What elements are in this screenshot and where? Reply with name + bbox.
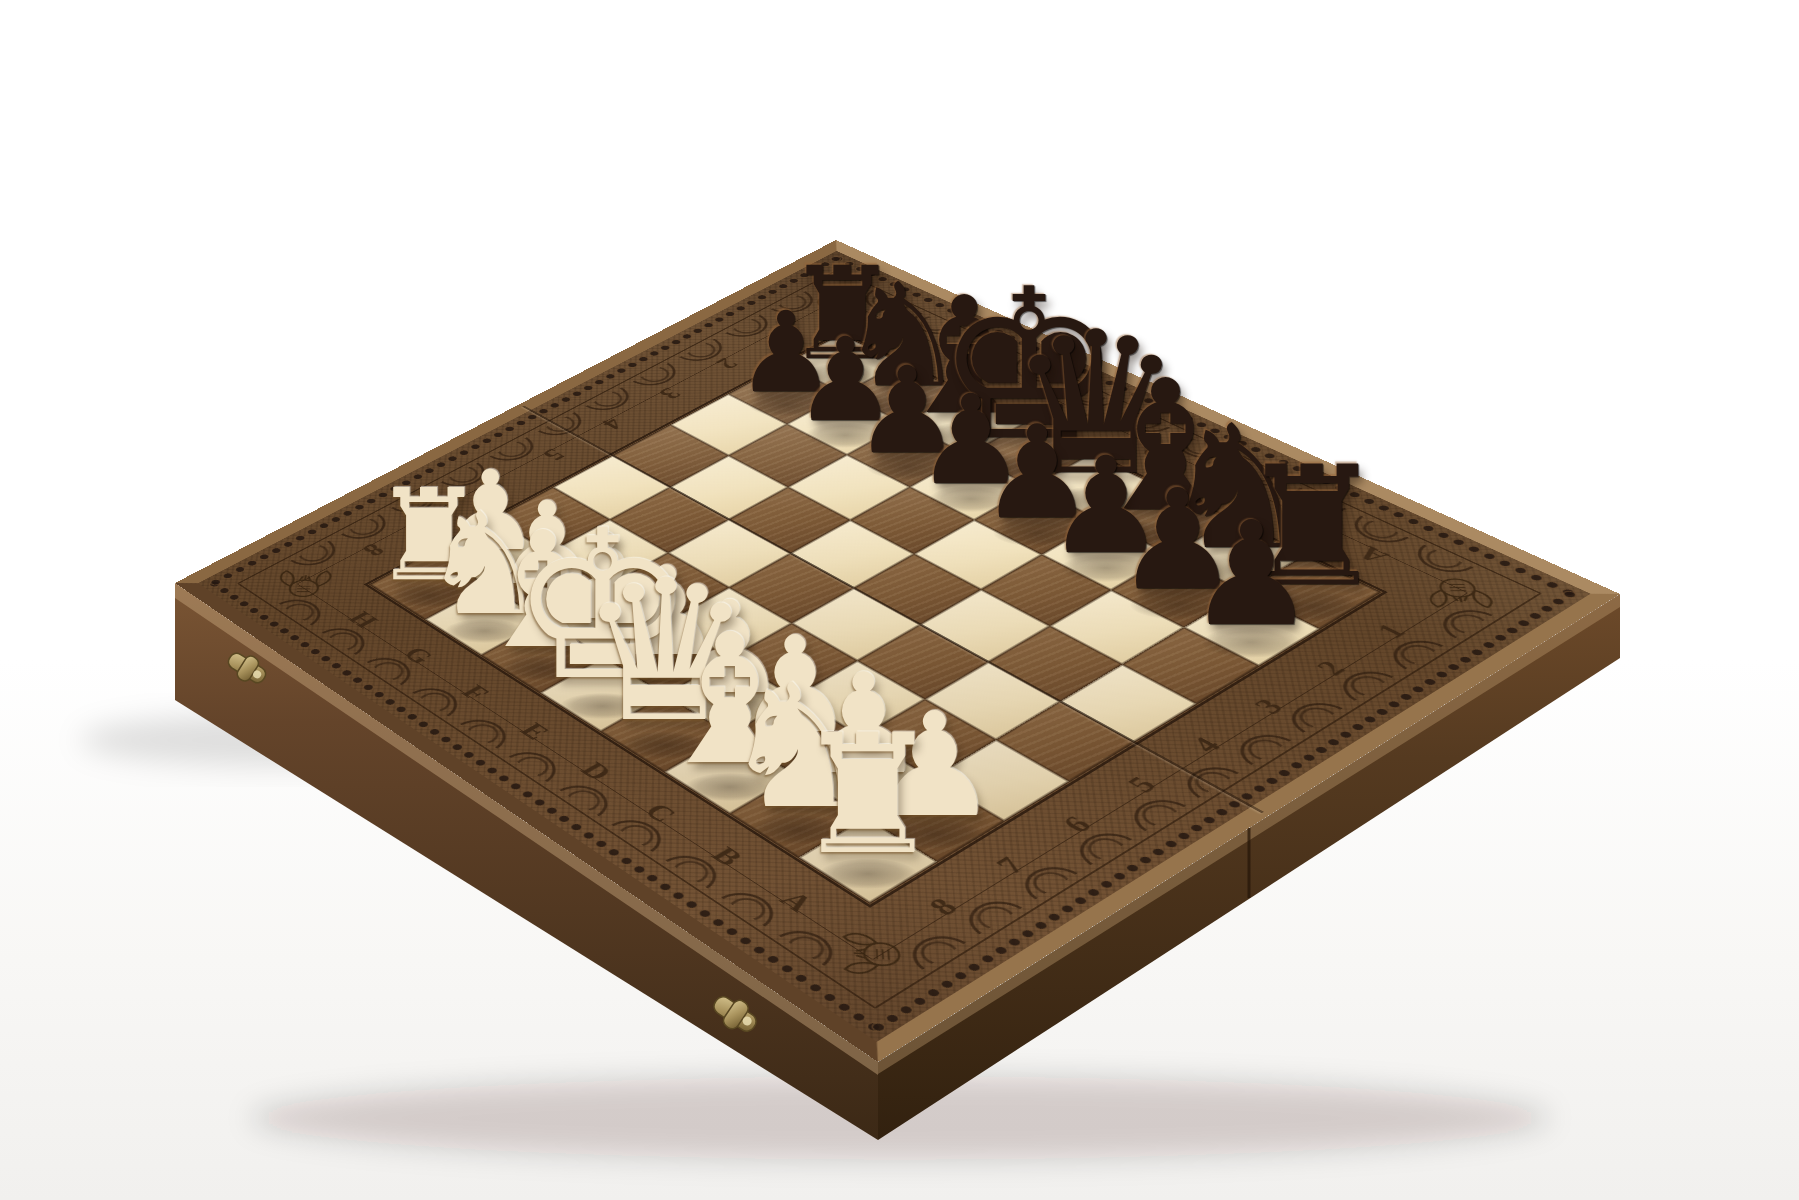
pomegranate-carving-icon — [816, 917, 931, 992]
pomegranate-carving-icon — [256, 558, 353, 611]
pomegranate-carving-icon — [1398, 564, 1522, 622]
chess-set-photo: 1122334455667788AABBCCDDEEFFGGHH ♜♞♟♝♟♟♚… — [0, 0, 1799, 1200]
pomegranate-carving-icon — [795, 280, 884, 325]
